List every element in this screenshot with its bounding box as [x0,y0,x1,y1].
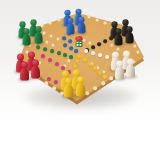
board-hole-cream[interactable] [44,81,48,85]
board-hole-white[interactable] [91,51,95,55]
die-pip [77,44,79,46]
board-hole-blue[interactable] [68,39,72,43]
board-hole-magenta[interactable] [55,62,59,66]
board-hole-yellow[interactable] [93,66,97,70]
pawn-body [66,23,74,34]
die-pip [79,44,81,46]
board-hole-yellow[interactable] [75,59,79,63]
board-hole-yellow[interactable] [83,58,87,62]
board-hole-cream[interactable] [93,86,97,90]
board-hole-black[interactable] [103,39,107,43]
board-hole-cream[interactable] [104,22,107,25]
pawn-body [115,66,124,79]
board-hole-yellow[interactable] [77,54,81,58]
board-hole-cream[interactable] [58,19,61,22]
pawn-black[interactable] [114,28,122,45]
pawn-body [31,65,40,78]
board-hole-green[interactable] [36,45,40,49]
board-hole-green[interactable] [43,47,47,51]
board-hole-blue[interactable] [62,36,66,40]
board-hole-blue[interactable] [74,49,78,53]
board-hole-white[interactable] [98,53,102,57]
pawn-green[interactable] [34,26,42,43]
pawn-body [77,22,85,33]
board-hole-cream[interactable] [96,19,99,22]
board-hole-cream[interactable] [49,34,52,37]
board-hole-green[interactable] [69,55,73,59]
board-hole-magenta[interactable] [41,54,45,58]
board-hole-cream[interactable] [101,81,105,85]
board-hole-cream[interactable] [43,32,46,35]
pawn-body [126,64,135,77]
board-hole-white[interactable] [84,49,88,53]
die[interactable] [76,36,83,47]
pawn-blue[interactable] [77,17,85,33]
pawn-red[interactable] [20,62,29,81]
pawn-black[interactable] [125,26,133,43]
board-hole-green[interactable] [57,51,61,55]
pawn-body [125,31,133,43]
pawn-body [34,31,42,43]
board-hole-blue[interactable] [69,46,73,50]
board-hole-blue[interactable] [63,43,67,47]
pawn-green[interactable] [22,28,30,45]
board-hole-green[interactable] [50,49,54,53]
board-hole-yellow[interactable] [88,62,92,66]
board-hole-yellow[interactable] [73,64,77,68]
board-hole-black[interactable] [91,45,95,49]
pawn-yellow[interactable] [63,77,73,97]
pawn-body [20,67,29,80]
pawn-body [75,82,85,96]
pawn-white[interactable] [126,59,135,78]
board-hole-magenta[interactable] [48,58,52,62]
board-hole-cream[interactable] [49,22,52,25]
pawn-body [114,33,122,45]
board-hole-cream[interactable] [88,16,91,19]
pawn-body [22,33,30,45]
pawn-blue[interactable] [66,18,74,34]
board-hole-cream[interactable] [52,86,56,90]
die-front-face-green [76,41,83,48]
pawn-yellow[interactable] [75,76,85,96]
pawn-white[interactable] [115,61,124,80]
board-hole-green[interactable] [63,53,67,57]
pawn-body [63,83,73,97]
board-hole-white[interactable] [105,55,109,59]
board-hole-black[interactable] [97,42,101,46]
pawn-red[interactable] [31,60,40,79]
product-photo-ludo-board [0,0,160,160]
